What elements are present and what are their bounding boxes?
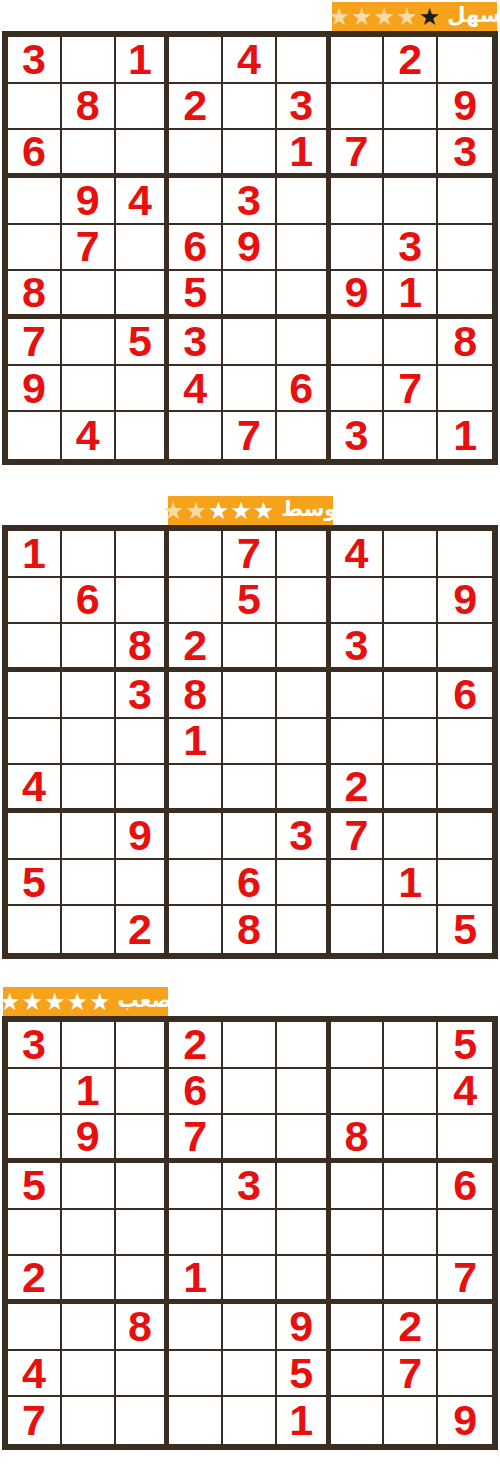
- cell-r8c2[interactable]: [62, 1351, 116, 1398]
- cell-r5c2: 7: [62, 225, 116, 272]
- given-digit: 9: [76, 179, 100, 222]
- star-icon: ★: [0, 990, 21, 1014]
- cell-r1c9: 5: [438, 1022, 492, 1069]
- cell-r2c6: 3: [277, 84, 331, 131]
- star-icon: ★: [89, 990, 111, 1014]
- given-digit: 2: [345, 765, 369, 808]
- given-digit: 3: [237, 179, 261, 222]
- cell-r7c2[interactable]: [62, 813, 116, 860]
- cell-r8c3[interactable]: [116, 366, 170, 413]
- badge-row-easy: ★★★★★ سهل: [0, 2, 500, 31]
- cell-r1c6[interactable]: [277, 37, 331, 84]
- badge-row-medium: ★★★★★ وسط: [0, 496, 500, 525]
- given-digit: 9: [453, 578, 477, 621]
- cell-r5c6[interactable]: [277, 1210, 331, 1257]
- cell-r2c4[interactable]: [169, 578, 223, 625]
- sudoku-board-medium: 174659823386142937561285: [2, 525, 498, 959]
- cell-r6c7: 9: [331, 271, 385, 319]
- sudoku-board-hard: 325164978536217892457719: [2, 1016, 498, 1450]
- cell-r3c2[interactable]: [62, 624, 116, 672]
- cell-r7c5[interactable]: [223, 813, 277, 860]
- cell-r3c3[interactable]: [116, 130, 170, 178]
- cell-r3c5[interactable]: [223, 130, 277, 178]
- cell-r7c9[interactable]: [438, 1304, 492, 1351]
- cell-r4c5[interactable]: [223, 672, 277, 719]
- given-digit: 6: [289, 367, 313, 410]
- cell-r7c4: 3: [169, 319, 223, 366]
- cell-r5c4[interactable]: [169, 1210, 223, 1257]
- cell-r5c2[interactable]: [62, 719, 116, 766]
- cell-r4c9: 6: [438, 1163, 492, 1210]
- given-digit: 1: [453, 414, 477, 457]
- cell-r8c2[interactable]: [62, 860, 116, 907]
- cell-r5c3[interactable]: [116, 225, 170, 272]
- cell-r9c9: 9: [438, 1397, 492, 1444]
- cell-r7c7[interactable]: [331, 1304, 385, 1351]
- cell-r1c5[interactable]: [223, 1022, 277, 1069]
- cell-r2c6[interactable]: [277, 1069, 331, 1116]
- given-digit: 6: [76, 578, 100, 621]
- cell-r3c4: 2: [169, 624, 223, 672]
- given-digit: 8: [183, 673, 207, 716]
- cell-r8c4: 4: [169, 366, 223, 413]
- difficulty-label-easy: سهل: [447, 5, 500, 29]
- given-digit: 1: [289, 1399, 313, 1442]
- cell-r3c6[interactable]: [277, 1115, 331, 1163]
- given-digit: 4: [183, 367, 207, 410]
- given-digit: 1: [22, 532, 46, 575]
- cell-r7c6: 9: [277, 1304, 331, 1351]
- cell-r9c1[interactable]: [8, 412, 62, 459]
- cell-r9c3[interactable]: [116, 1397, 170, 1444]
- cell-r7c7[interactable]: [331, 319, 385, 366]
- given-digit: 2: [183, 84, 207, 127]
- cell-r1c4: 2: [169, 1022, 223, 1069]
- cell-r8c5[interactable]: [223, 1351, 277, 1398]
- cell-r9c5: 7: [223, 412, 277, 459]
- badge-row-hard: ★★★★★ صعب: [0, 987, 500, 1016]
- cell-r6c3[interactable]: [116, 271, 170, 319]
- cell-r1c1: 3: [8, 1022, 62, 1069]
- cell-r4c8[interactable]: [384, 672, 438, 719]
- cell-r6c9: 7: [438, 1256, 492, 1304]
- cell-r5c2[interactable]: [62, 1210, 116, 1257]
- puzzle-easy: ★★★★★ سهل 314282396173943769385917538946…: [0, 2, 500, 465]
- cell-r7c1[interactable]: [8, 1304, 62, 1351]
- given-digit: 2: [183, 624, 207, 667]
- given-digit: 7: [453, 1256, 477, 1299]
- cell-r7c8[interactable]: [384, 813, 438, 860]
- cell-r3c2[interactable]: [62, 130, 116, 178]
- cell-r8c6[interactable]: [277, 860, 331, 907]
- star-icon: ★: [396, 5, 418, 29]
- cell-r1c5: 4: [223, 37, 277, 84]
- cell-r1c6[interactable]: [277, 531, 331, 578]
- given-digit: 3: [289, 84, 313, 127]
- cell-r6c3[interactable]: [116, 765, 170, 813]
- given-digit: 3: [22, 38, 46, 81]
- cell-r2c3[interactable]: [116, 1069, 170, 1116]
- given-digit: 7: [345, 130, 369, 173]
- cell-r4c3: 4: [116, 178, 170, 225]
- difficulty-badge-medium: ★★★★★ وسط: [168, 496, 333, 525]
- cell-r9c6[interactable]: [277, 906, 331, 953]
- cell-r3c5[interactable]: [223, 624, 277, 672]
- cell-r7c1[interactable]: [8, 813, 62, 860]
- cell-r8c2[interactable]: [62, 366, 116, 413]
- cell-r7c8: 2: [384, 1304, 438, 1351]
- cell-r4c9: 6: [438, 672, 492, 719]
- given-digit: 3: [22, 1023, 46, 1066]
- cell-r7c6[interactable]: [277, 319, 331, 366]
- star-icon: ★: [351, 5, 373, 29]
- cell-r8c3[interactable]: [116, 860, 170, 907]
- puzzle-medium: ★★★★★ وسط 174659823386142937561285: [0, 496, 500, 959]
- cell-r9c2: 4: [62, 412, 116, 459]
- cell-r3c3[interactable]: [116, 1115, 170, 1163]
- cell-r9c6[interactable]: [277, 412, 331, 459]
- given-digit: 5: [22, 861, 46, 904]
- sudoku-board-easy: 31428239617394376938591753894674731: [2, 31, 498, 465]
- cell-r6c6[interactable]: [277, 765, 331, 813]
- cell-r3c7: 3: [331, 624, 385, 672]
- cell-r3c8[interactable]: [384, 624, 438, 672]
- cell-r9c6: 1: [277, 1397, 331, 1444]
- cell-r6c5[interactable]: [223, 765, 277, 813]
- given-digit: 6: [453, 673, 477, 716]
- given-digit: 9: [345, 271, 369, 314]
- cell-r7c9[interactable]: [438, 813, 492, 860]
- cell-r5c1[interactable]: [8, 1210, 62, 1257]
- star-icon: ★: [253, 499, 275, 523]
- cell-r2c4: 2: [169, 84, 223, 131]
- cell-r3c7: 8: [331, 1115, 385, 1163]
- cell-r4c7[interactable]: [331, 672, 385, 719]
- cell-r9c4[interactable]: [169, 412, 223, 459]
- given-digit: 4: [22, 1352, 46, 1395]
- cell-r2c5[interactable]: [223, 84, 277, 131]
- cell-r1c7[interactable]: [331, 1022, 385, 1069]
- given-digit: 1: [398, 861, 422, 904]
- cell-r4c1[interactable]: [8, 672, 62, 719]
- cell-r8c4[interactable]: [169, 860, 223, 907]
- cell-r4c4: 8: [169, 672, 223, 719]
- cell-r4c7[interactable]: [331, 1163, 385, 1210]
- given-digit: 8: [237, 908, 261, 951]
- cell-r3c2: 9: [62, 1115, 116, 1163]
- given-digit: 7: [22, 320, 46, 363]
- cell-r2c1[interactable]: [8, 1069, 62, 1116]
- given-digit: 7: [345, 814, 369, 857]
- cell-r2c1[interactable]: [8, 84, 62, 131]
- cell-r5c6[interactable]: [277, 225, 331, 272]
- given-digit: 3: [237, 1164, 261, 1207]
- given-digit: 9: [237, 225, 261, 268]
- star-icon: ★: [230, 499, 252, 523]
- cell-r8c9[interactable]: [438, 366, 492, 413]
- cell-r1c4[interactable]: [169, 37, 223, 84]
- given-digit: 9: [453, 1399, 477, 1442]
- cell-r2c6[interactable]: [277, 578, 331, 625]
- cell-r3c5[interactable]: [223, 1115, 277, 1163]
- cell-r7c3: 9: [116, 813, 170, 860]
- cell-r8c4[interactable]: [169, 1351, 223, 1398]
- given-digit: 8: [453, 320, 477, 363]
- cell-r2c7[interactable]: [331, 1069, 385, 1116]
- given-digit: 9: [76, 1115, 100, 1158]
- cell-r7c3: 5: [116, 319, 170, 366]
- cell-r9c9: 5: [438, 906, 492, 953]
- star-icon: ★: [44, 990, 66, 1014]
- cell-r7c7: 7: [331, 813, 385, 860]
- cell-r4c6[interactable]: [277, 672, 331, 719]
- difficulty-stars-hard: ★★★★★: [0, 990, 111, 1014]
- cell-r1c9[interactable]: [438, 531, 492, 578]
- cell-r4c9[interactable]: [438, 178, 492, 225]
- cell-r4c5: 3: [223, 1163, 277, 1210]
- cell-r1c9[interactable]: [438, 37, 492, 84]
- cell-r8c9[interactable]: [438, 1351, 492, 1398]
- cell-r3c8[interactable]: [384, 1115, 438, 1163]
- cell-r7c8[interactable]: [384, 319, 438, 366]
- given-digit: 1: [76, 1069, 100, 1112]
- cell-r1c7[interactable]: [331, 37, 385, 84]
- cell-r1c8[interactable]: [384, 1022, 438, 1069]
- cell-r7c4[interactable]: [169, 1304, 223, 1351]
- cell-r1c2[interactable]: [62, 531, 116, 578]
- given-digit: 9: [453, 84, 477, 127]
- given-digit: 2: [398, 1305, 422, 1348]
- cell-r2c8[interactable]: [384, 1069, 438, 1116]
- cell-r1c1: 3: [8, 37, 62, 84]
- cell-r1c8: 2: [384, 37, 438, 84]
- cell-r4c4[interactable]: [169, 1163, 223, 1210]
- cell-r7c5[interactable]: [223, 319, 277, 366]
- cell-r5c6[interactable]: [277, 719, 331, 766]
- given-digit: 8: [128, 624, 152, 667]
- cell-r1c2[interactable]: [62, 37, 116, 84]
- difficulty-stars-medium: ★★★★★: [163, 499, 275, 523]
- cell-r1c4[interactable]: [169, 531, 223, 578]
- cell-r9c2[interactable]: [62, 1397, 116, 1444]
- cell-r6c3[interactable]: [116, 1256, 170, 1304]
- cell-r8c7[interactable]: [331, 366, 385, 413]
- cell-r5c4: 1: [169, 719, 223, 766]
- cell-r6c7[interactable]: [331, 1256, 385, 1304]
- cell-r4c8[interactable]: [384, 178, 438, 225]
- cell-r8c8: 7: [384, 1351, 438, 1398]
- cell-r4c6[interactable]: [277, 1163, 331, 1210]
- cell-r3c9[interactable]: [438, 1115, 492, 1163]
- cell-r4c5: 3: [223, 178, 277, 225]
- cell-r7c9: 8: [438, 319, 492, 366]
- cell-r4c3[interactable]: [116, 1163, 170, 1210]
- cell-r6c8[interactable]: [384, 1256, 438, 1304]
- cell-r4c2: 9: [62, 178, 116, 225]
- cell-r9c1: 7: [8, 1397, 62, 1444]
- cell-r9c3[interactable]: [116, 412, 170, 459]
- cell-r9c7[interactable]: [331, 1397, 385, 1444]
- cell-r6c2[interactable]: [62, 765, 116, 813]
- cell-r2c3[interactable]: [116, 84, 170, 131]
- cell-r9c8[interactable]: [384, 412, 438, 459]
- cell-r9c1[interactable]: [8, 906, 62, 953]
- cell-r8c1: 9: [8, 366, 62, 413]
- given-digit: 5: [22, 1164, 46, 1207]
- cell-r2c8[interactable]: [384, 578, 438, 625]
- cell-r6c9[interactable]: [438, 765, 492, 813]
- given-digit: 8: [76, 84, 100, 127]
- given-digit: 8: [22, 271, 46, 314]
- cell-r8c9[interactable]: [438, 860, 492, 907]
- cell-r7c1: 7: [8, 319, 62, 366]
- cell-r6c1: 4: [8, 765, 62, 813]
- star-icon: ★: [67, 990, 89, 1014]
- cell-r3c4: 7: [169, 1115, 223, 1163]
- difficulty-badge-hard: ★★★★★ صعب: [3, 987, 168, 1016]
- cell-r2c2: 8: [62, 84, 116, 131]
- cell-r3c8[interactable]: [384, 130, 438, 178]
- cell-r4c8[interactable]: [384, 1163, 438, 1210]
- cell-r9c5[interactable]: [223, 1397, 277, 1444]
- given-digit: 3: [183, 320, 207, 363]
- cell-r5c8[interactable]: [384, 1210, 438, 1257]
- puzzle-hard: ★★★★★ صعب 325164978536217892457719: [0, 987, 500, 1450]
- cell-r5c9[interactable]: [438, 225, 492, 272]
- cell-r5c5[interactable]: [223, 719, 277, 766]
- cell-r6c6[interactable]: [277, 1256, 331, 1304]
- given-digit: 4: [453, 1069, 477, 1112]
- cell-r7c2[interactable]: [62, 1304, 116, 1351]
- given-digit: 2: [128, 908, 152, 951]
- cell-r5c8[interactable]: [384, 719, 438, 766]
- cell-r1c2[interactable]: [62, 1022, 116, 1069]
- cell-r5c9[interactable]: [438, 719, 492, 766]
- given-digit: 4: [345, 532, 369, 575]
- cell-r7c2[interactable]: [62, 319, 116, 366]
- difficulty-label-hard: صعب: [118, 990, 172, 1014]
- cell-r8c7[interactable]: [331, 860, 385, 907]
- cell-r2c3[interactable]: [116, 578, 170, 625]
- cell-r4c2[interactable]: [62, 1163, 116, 1210]
- cell-r1c3[interactable]: [116, 531, 170, 578]
- cell-r6c5[interactable]: [223, 1256, 277, 1304]
- cell-r9c7[interactable]: [331, 906, 385, 953]
- cell-r6c8[interactable]: [384, 765, 438, 813]
- cell-r9c5: 8: [223, 906, 277, 953]
- cell-r5c7[interactable]: [331, 719, 385, 766]
- cell-r3c6[interactable]: [277, 624, 331, 672]
- given-digit: 3: [289, 814, 313, 857]
- cell-r5c7[interactable]: [331, 1210, 385, 1257]
- cell-r2c7[interactable]: [331, 578, 385, 625]
- given-digit: 7: [398, 367, 422, 410]
- given-digit: 3: [453, 130, 477, 173]
- cell-r4c1[interactable]: [8, 178, 62, 225]
- cell-r3c3: 8: [116, 624, 170, 672]
- cell-r6c2[interactable]: [62, 1256, 116, 1304]
- difficulty-stars-easy: ★★★★★: [329, 5, 441, 29]
- cell-r3c6: 1: [277, 130, 331, 178]
- cell-r5c1[interactable]: [8, 719, 62, 766]
- cell-r6c2[interactable]: [62, 271, 116, 319]
- cell-r6c9[interactable]: [438, 271, 492, 319]
- cell-r7c4[interactable]: [169, 813, 223, 860]
- cell-r5c5[interactable]: [223, 1210, 277, 1257]
- cell-r7c6: 3: [277, 813, 331, 860]
- cell-r2c8[interactable]: [384, 84, 438, 131]
- given-digit: 5: [128, 320, 152, 363]
- cell-r2c5[interactable]: [223, 1069, 277, 1116]
- cell-r2c4: 6: [169, 1069, 223, 1116]
- cell-r9c7: 3: [331, 412, 385, 459]
- given-digit: 1: [289, 130, 313, 173]
- cell-r3c1[interactable]: [8, 624, 62, 672]
- cell-r5c5: 9: [223, 225, 277, 272]
- given-digit: 7: [183, 1115, 207, 1158]
- cell-r5c3[interactable]: [116, 1210, 170, 1257]
- given-digit: 7: [237, 414, 261, 457]
- cell-r1c1: 1: [8, 531, 62, 578]
- cell-r5c7[interactable]: [331, 225, 385, 272]
- cell-r4c6[interactable]: [277, 178, 331, 225]
- given-digit: 4: [237, 38, 261, 81]
- cell-r4c7[interactable]: [331, 178, 385, 225]
- cell-r4c4[interactable]: [169, 178, 223, 225]
- cell-r7c5[interactable]: [223, 1304, 277, 1351]
- given-digit: 7: [237, 532, 261, 575]
- given-digit: 3: [345, 624, 369, 667]
- cell-r5c9[interactable]: [438, 1210, 492, 1257]
- cell-r2c7[interactable]: [331, 84, 385, 131]
- cell-r6c6[interactable]: [277, 271, 331, 319]
- star-icon: ★: [208, 499, 230, 523]
- cell-r3c1[interactable]: [8, 1115, 62, 1163]
- cell-r9c4[interactable]: [169, 1397, 223, 1444]
- cell-r4c2[interactable]: [62, 672, 116, 719]
- given-digit: 1: [183, 719, 207, 762]
- cell-r5c3[interactable]: [116, 719, 170, 766]
- cell-r8c7[interactable]: [331, 1351, 385, 1398]
- cell-r9c8[interactable]: [384, 906, 438, 953]
- cell-r1c3[interactable]: [116, 1022, 170, 1069]
- cell-r3c4[interactable]: [169, 130, 223, 178]
- cell-r3c7: 7: [331, 130, 385, 178]
- given-digit: 6: [22, 130, 46, 173]
- cell-r2c2: 6: [62, 578, 116, 625]
- given-digit: 8: [345, 1115, 369, 1158]
- star-icon: ★: [329, 5, 351, 29]
- star-icon: ★: [185, 499, 207, 523]
- cell-r6c5[interactable]: [223, 271, 277, 319]
- given-digit: 9: [128, 814, 152, 857]
- cell-r1c8[interactable]: [384, 531, 438, 578]
- cell-r9c2[interactable]: [62, 906, 116, 953]
- cell-r1c6[interactable]: [277, 1022, 331, 1069]
- star-icon: ★: [374, 5, 396, 29]
- cell-r8c5[interactable]: [223, 366, 277, 413]
- cell-r8c3[interactable]: [116, 1351, 170, 1398]
- cell-r3c9[interactable]: [438, 624, 492, 672]
- sudoku-sheet: ★★★★★ سهل 314282396173943769385917538946…: [0, 2, 500, 1464]
- star-icon: ★: [419, 5, 441, 29]
- cell-r9c4[interactable]: [169, 906, 223, 953]
- cell-r2c1[interactable]: [8, 578, 62, 625]
- given-digit: 3: [128, 673, 152, 716]
- cell-r6c4[interactable]: [169, 765, 223, 813]
- cell-r5c1[interactable]: [8, 225, 62, 272]
- cell-r9c8[interactable]: [384, 1397, 438, 1444]
